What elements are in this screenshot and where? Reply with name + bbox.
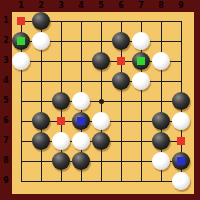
intersection-9-1[interactable]: [171, 11, 191, 31]
column-label-2: 2: [35, 1, 47, 11]
intersection-7-2[interactable]: [131, 31, 151, 51]
intersection-6-7[interactable]: [111, 131, 131, 151]
intersection-8-5[interactable]: [151, 91, 171, 111]
intersection-7-9[interactable]: [131, 171, 151, 191]
intersection-5-8[interactable]: [91, 151, 111, 171]
intersection-3-8[interactable]: [51, 151, 71, 171]
intersection-4-4[interactable]: [71, 71, 91, 91]
intersection-9-4[interactable]: [171, 71, 191, 91]
intersection-2-2[interactable]: [31, 31, 51, 51]
intersection-4-7[interactable]: [71, 131, 91, 151]
white-stone: [32, 32, 50, 50]
black-stone: [152, 132, 170, 150]
go-board: [12, 12, 194, 194]
intersection-8-3[interactable]: [151, 51, 171, 71]
intersection-7-5[interactable]: [131, 91, 151, 111]
black-stone: [172, 92, 190, 110]
intersection-7-6[interactable]: [131, 111, 151, 131]
intersection-4-1[interactable]: [71, 11, 91, 31]
black-stone: [32, 112, 50, 130]
intersection-8-1[interactable]: [151, 11, 171, 31]
intersection-5-5[interactable]: [91, 91, 111, 111]
intersection-8-9[interactable]: [151, 171, 171, 191]
intersection-6-9[interactable]: [111, 171, 131, 191]
intersection-9-2[interactable]: [171, 31, 191, 51]
blue-square-marker: [177, 157, 185, 165]
row-label-3: 3: [1, 56, 11, 66]
column-label-4: 4: [75, 1, 87, 11]
intersection-7-7[interactable]: [131, 131, 151, 151]
intersection-3-3[interactable]: [51, 51, 71, 71]
red-square-marker: [57, 117, 65, 125]
white-stone: [12, 52, 30, 70]
column-label-8: 8: [155, 1, 167, 11]
intersection-5-1[interactable]: [91, 11, 111, 31]
black-stone: [92, 52, 110, 70]
white-stone: [72, 132, 90, 150]
green-square-marker: [137, 57, 145, 65]
intersection-8-6[interactable]: [151, 111, 171, 131]
intersection-1-5[interactable]: [11, 91, 31, 111]
intersection-6-5[interactable]: [111, 91, 131, 111]
row-label-4: 4: [1, 76, 11, 86]
intersection-8-4[interactable]: [151, 71, 171, 91]
row-label-8: 8: [1, 156, 11, 166]
white-stone: [132, 72, 150, 90]
intersection-2-1[interactable]: [31, 11, 51, 31]
intersection-6-2[interactable]: [111, 31, 131, 51]
red-square-marker: [17, 17, 25, 25]
intersection-2-4[interactable]: [31, 71, 51, 91]
intersection-4-3[interactable]: [71, 51, 91, 71]
white-stone: [172, 112, 190, 130]
intersection-1-6[interactable]: [11, 111, 31, 131]
intersection-2-5[interactable]: [31, 91, 51, 111]
intersection-5-4[interactable]: [91, 71, 111, 91]
row-label-7: 7: [1, 136, 11, 146]
column-label-7: 7: [135, 1, 147, 11]
intersection-4-5[interactable]: [71, 91, 91, 111]
black-stone: [92, 132, 110, 150]
intersection-4-8[interactable]: [71, 151, 91, 171]
blue-square-marker: [77, 117, 85, 125]
intersection-3-7[interactable]: [51, 131, 71, 151]
intersection-4-2[interactable]: [71, 31, 91, 51]
intersection-8-2[interactable]: [151, 31, 171, 51]
column-label-3: 3: [55, 1, 67, 11]
column-label-5: 5: [95, 1, 107, 11]
white-stone: [152, 52, 170, 70]
white-stone: [52, 132, 70, 150]
intersection-2-3[interactable]: [31, 51, 51, 71]
intersection-7-1[interactable]: [131, 11, 151, 31]
green-square-marker: [17, 37, 25, 45]
intersection-6-4[interactable]: [111, 71, 131, 91]
intersection-3-4[interactable]: [51, 71, 71, 91]
black-stone: [112, 72, 130, 90]
intersection-5-7[interactable]: [91, 131, 111, 151]
intersection-9-3[interactable]: [171, 51, 191, 71]
white-stone: [172, 172, 190, 190]
white-stone: [72, 92, 90, 110]
black-stone: [112, 32, 130, 50]
board-play-area: [21, 21, 182, 182]
intersection-3-1[interactable]: [51, 11, 71, 31]
intersection-5-3[interactable]: [91, 51, 111, 71]
row-label-1: 1: [1, 16, 11, 26]
row-label-9: 9: [1, 176, 11, 186]
white-stone: [132, 32, 150, 50]
intersection-1-9[interactable]: [11, 171, 31, 191]
intersection-4-9[interactable]: [71, 171, 91, 191]
red-square-marker: [117, 57, 125, 65]
intersection-5-9[interactable]: [91, 171, 111, 191]
row-label-6: 6: [1, 116, 11, 126]
intersection-6-6[interactable]: [111, 111, 131, 131]
intersection-1-8[interactable]: [11, 151, 31, 171]
intersection-1-4[interactable]: [11, 71, 31, 91]
intersection-2-6[interactable]: [31, 111, 51, 131]
go-app-window: 123456789 123456789: [0, 0, 200, 200]
intersection-2-9[interactable]: [31, 171, 51, 191]
column-label-6: 6: [115, 1, 127, 11]
black-stone: [52, 152, 70, 170]
black-stone: [152, 112, 170, 130]
intersection-2-7[interactable]: [31, 131, 51, 151]
intersection-6-1[interactable]: [111, 11, 131, 31]
intersection-5-2[interactable]: [91, 31, 111, 51]
white-stone: [92, 112, 110, 130]
intersection-3-2[interactable]: [51, 31, 71, 51]
black-stone: [32, 12, 50, 30]
black-stone: [72, 152, 90, 170]
row-label-5: 5: [1, 96, 11, 106]
white-stone: [152, 152, 170, 170]
intersection-1-7[interactable]: [11, 131, 31, 151]
intersection-8-7[interactable]: [151, 131, 171, 151]
intersection-2-8[interactable]: [31, 151, 51, 171]
intersection-9-9[interactable]: [171, 171, 191, 191]
red-square-marker: [177, 137, 185, 145]
intersection-5-6[interactable]: [91, 111, 111, 131]
black-stone: [52, 92, 70, 110]
column-label-9: 9: [175, 1, 187, 11]
intersection-8-8[interactable]: [151, 151, 171, 171]
black-stone: [32, 132, 50, 150]
column-label-1: 1: [15, 1, 27, 11]
intersection-6-8[interactable]: [111, 151, 131, 171]
intersection-9-5[interactable]: [171, 91, 191, 111]
intersection-7-4[interactable]: [131, 71, 151, 91]
intersection-7-8[interactable]: [131, 151, 151, 171]
intersection-1-3[interactable]: [11, 51, 31, 71]
intersection-9-6[interactable]: [171, 111, 191, 131]
intersection-3-5[interactable]: [51, 91, 71, 111]
intersection-3-9[interactable]: [51, 171, 71, 191]
row-label-2: 2: [1, 36, 11, 46]
